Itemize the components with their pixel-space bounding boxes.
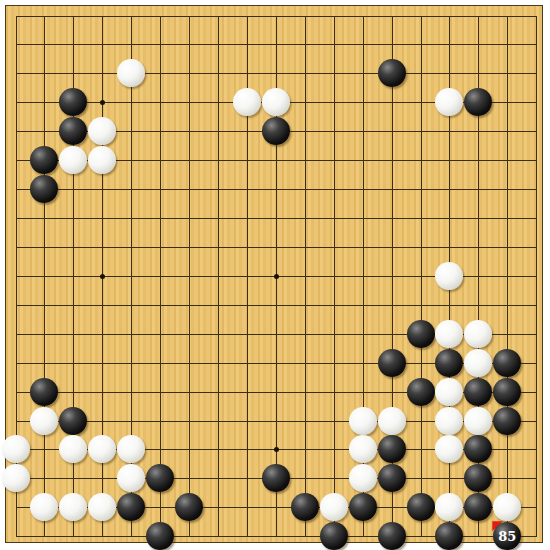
- black-stone: [349, 493, 377, 521]
- grid-line-v: [507, 16, 508, 538]
- white-stone: [435, 320, 463, 348]
- black-stone: [262, 117, 290, 145]
- white-stone: [349, 464, 377, 492]
- black-stone: [378, 435, 406, 463]
- white-stone: [262, 88, 290, 116]
- white-stone: [435, 407, 463, 435]
- black-stone: [378, 464, 406, 492]
- white-stone: [30, 407, 58, 435]
- black-stone: [407, 493, 435, 521]
- black-stone: [407, 378, 435, 406]
- black-stone: [435, 349, 463, 377]
- star-point: [274, 274, 279, 279]
- black-stone: [59, 407, 87, 435]
- white-stone: [320, 493, 348, 521]
- white-stone: [435, 378, 463, 406]
- white-stone: [464, 349, 492, 377]
- go-board[interactable]: 85: [0, 0, 550, 550]
- black-stone: [378, 349, 406, 377]
- black-stone: [378, 522, 406, 550]
- black-stone: [146, 522, 174, 550]
- grid-line-v: [334, 16, 335, 538]
- white-stone: [349, 435, 377, 463]
- last-move-number: 85: [498, 530, 516, 543]
- white-stone: [2, 464, 30, 492]
- black-stone: [407, 320, 435, 348]
- white-stone: [2, 435, 30, 463]
- black-stone: [464, 378, 492, 406]
- grid-line-v: [536, 16, 537, 538]
- black-stone: [435, 522, 463, 550]
- black-stone: [493, 349, 521, 377]
- white-stone: [464, 407, 492, 435]
- black-stone: [30, 378, 58, 406]
- black-stone: [320, 522, 348, 550]
- white-stone: [349, 407, 377, 435]
- last-move-stone: 85: [493, 522, 521, 550]
- white-stone: [378, 407, 406, 435]
- black-stone: [378, 59, 406, 87]
- grid-line-v: [421, 16, 422, 538]
- white-stone: [464, 320, 492, 348]
- grid-line-h: [16, 305, 538, 306]
- black-stone: [493, 378, 521, 406]
- grid-line-v: [305, 16, 306, 538]
- black-stone: [291, 493, 319, 521]
- black-stone: [493, 407, 521, 435]
